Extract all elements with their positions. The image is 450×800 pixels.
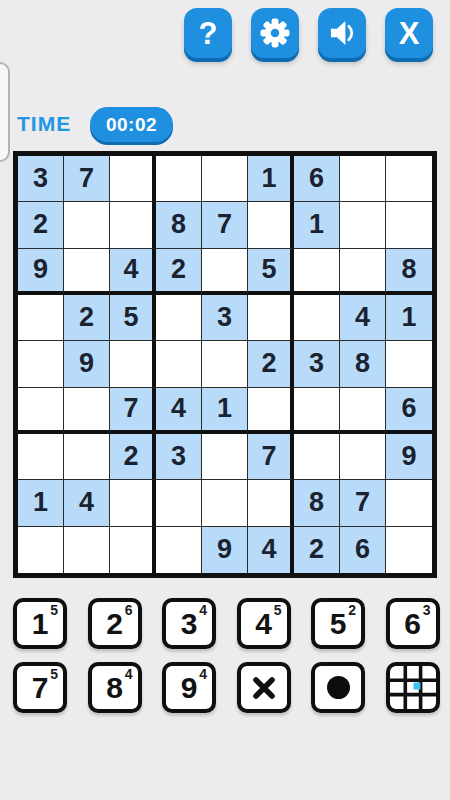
cell-r6c9: 6 — [386, 388, 432, 434]
cross-icon — [251, 675, 277, 701]
digit-button-2[interactable]: 26 — [88, 598, 142, 649]
digit-label: 6 — [404, 609, 421, 639]
cell-r4c2: 2 — [64, 295, 110, 341]
digit-remaining-count: 4 — [199, 603, 207, 617]
cell-r8c9[interactable] — [386, 480, 432, 526]
cell-r4c5: 3 — [202, 295, 248, 341]
cell-r7c6: 7 — [248, 434, 294, 480]
cell-r1c2: 7 — [64, 156, 110, 202]
cell-r6c5: 1 — [202, 388, 248, 434]
digit-remaining-count: 5 — [274, 603, 282, 617]
cell-r6c7[interactable] — [294, 388, 340, 434]
question-icon: ? — [199, 18, 218, 49]
cell-r5c2: 9 — [64, 341, 110, 387]
cell-r3c7[interactable] — [294, 249, 340, 295]
digit-button-4[interactable]: 45 — [237, 598, 291, 649]
settings-button[interactable] — [251, 8, 299, 58]
cell-r5c4[interactable] — [156, 341, 202, 387]
cell-r6c6[interactable] — [248, 388, 294, 434]
cell-r5c1[interactable] — [18, 341, 64, 387]
cell-r9c6: 4 — [248, 527, 294, 573]
cell-r9c5: 9 — [202, 527, 248, 573]
cell-r3c8[interactable] — [340, 249, 386, 295]
cell-r1c5[interactable] — [202, 156, 248, 202]
cell-r2c2[interactable] — [64, 202, 110, 248]
cell-r3c6: 5 — [248, 249, 294, 295]
digit-button-8[interactable]: 84 — [88, 662, 142, 713]
cell-r4c7[interactable] — [294, 295, 340, 341]
cell-r3c9: 8 — [386, 249, 432, 295]
cell-r8c7: 8 — [294, 480, 340, 526]
cell-r4c3: 5 — [110, 295, 156, 341]
cell-r3c4: 2 — [156, 249, 202, 295]
timer-badge: 00:02 — [90, 107, 173, 142]
digit-label: 3 — [181, 609, 198, 639]
close-button[interactable]: X — [385, 8, 433, 58]
cell-r7c2[interactable] — [64, 434, 110, 480]
cell-r2c7: 1 — [294, 202, 340, 248]
cell-r5c7: 3 — [294, 341, 340, 387]
cell-r8c4[interactable] — [156, 480, 202, 526]
cell-r8c8: 7 — [340, 480, 386, 526]
notes-mode-button[interactable] — [386, 662, 440, 713]
digit-button-6[interactable]: 63 — [386, 598, 440, 649]
cell-r3c1: 9 — [18, 249, 64, 295]
cell-r1c7: 6 — [294, 156, 340, 202]
cell-r9c1[interactable] — [18, 527, 64, 573]
grid-icon — [390, 666, 436, 709]
cell-r8c1: 1 — [18, 480, 64, 526]
cell-r2c3[interactable] — [110, 202, 156, 248]
digit-remaining-count: 6 — [125, 603, 133, 617]
cell-r6c3: 7 — [110, 388, 156, 434]
cell-r4c8: 4 — [340, 295, 386, 341]
cell-r6c1[interactable] — [18, 388, 64, 434]
sudoku-app: ? X TIME — [0, 0, 450, 800]
digit-label: 4 — [255, 609, 272, 639]
cell-r9c2[interactable] — [64, 527, 110, 573]
cell-r3c3: 4 — [110, 249, 156, 295]
digit-button-1[interactable]: 15 — [13, 598, 67, 649]
drawer-handle[interactable] — [0, 62, 10, 162]
digit-button-7[interactable]: 75 — [13, 662, 67, 713]
cell-r7c7[interactable] — [294, 434, 340, 480]
sound-button[interactable] — [318, 8, 366, 58]
digit-label: 7 — [32, 673, 49, 703]
cell-r1c4[interactable] — [156, 156, 202, 202]
erase-button[interactable] — [237, 662, 291, 713]
cell-r9c9[interactable] — [386, 527, 432, 573]
cell-r8c2: 4 — [64, 480, 110, 526]
cell-r4c6[interactable] — [248, 295, 294, 341]
cell-r8c5[interactable] — [202, 480, 248, 526]
cell-r5c5[interactable] — [202, 341, 248, 387]
cell-r1c3[interactable] — [110, 156, 156, 202]
digit-button-9[interactable]: 94 — [162, 662, 216, 713]
digit-button-3[interactable]: 34 — [162, 598, 216, 649]
cell-r6c4: 4 — [156, 388, 202, 434]
cell-r9c8: 6 — [340, 527, 386, 573]
cell-r1c8[interactable] — [340, 156, 386, 202]
keypad: 152634455263758494 — [13, 598, 440, 713]
cell-r1c1: 3 — [18, 156, 64, 202]
cell-r7c9: 9 — [386, 434, 432, 480]
cell-r7c4: 3 — [156, 434, 202, 480]
cell-r7c3: 2 — [110, 434, 156, 480]
sudoku-board: 37162871942582534192387416237914879426 — [13, 151, 437, 578]
cell-r1c9[interactable] — [386, 156, 432, 202]
cell-r5c9[interactable] — [386, 341, 432, 387]
cell-r2c9[interactable] — [386, 202, 432, 248]
cell-r9c7: 2 — [294, 527, 340, 573]
digit-label: 8 — [106, 673, 123, 703]
time-label: TIME — [17, 112, 71, 136]
timer-value: 00:02 — [106, 114, 157, 136]
cell-r2c8[interactable] — [340, 202, 386, 248]
cell-r5c8: 8 — [340, 341, 386, 387]
cell-r9c4[interactable] — [156, 527, 202, 573]
digit-label: 1 — [32, 609, 49, 639]
cell-r4c9: 1 — [386, 295, 432, 341]
cell-r2c4: 8 — [156, 202, 202, 248]
cell-r6c8[interactable] — [340, 388, 386, 434]
digit-label: 9 — [181, 673, 198, 703]
cell-r7c8[interactable] — [340, 434, 386, 480]
cell-r3c5[interactable] — [202, 249, 248, 295]
digit-remaining-count: 4 — [125, 667, 133, 681]
cell-r5c6: 2 — [248, 341, 294, 387]
cell-r4c4[interactable] — [156, 295, 202, 341]
gear-icon — [258, 16, 292, 50]
cell-r8c3[interactable] — [110, 480, 156, 526]
cell-r8c6[interactable] — [248, 480, 294, 526]
digit-label: 2 — [106, 609, 123, 639]
cell-r2c1: 2 — [18, 202, 64, 248]
cell-r5c3[interactable] — [110, 341, 156, 387]
close-icon: X — [399, 18, 420, 49]
digit-label: 5 — [330, 609, 347, 639]
cell-r1c6: 1 — [248, 156, 294, 202]
digit-remaining-count: 4 — [199, 667, 207, 681]
cell-r4c1[interactable] — [18, 295, 64, 341]
circle-icon — [327, 676, 350, 699]
speaker-icon — [325, 16, 359, 50]
cell-r3c2[interactable] — [64, 249, 110, 295]
cell-r7c1[interactable] — [18, 434, 64, 480]
digit-remaining-count: 5 — [50, 603, 58, 617]
pen-mode-button[interactable] — [311, 662, 365, 713]
digit-button-5[interactable]: 52 — [311, 598, 365, 649]
cell-r2c5: 7 — [202, 202, 248, 248]
digit-remaining-count: 5 — [50, 667, 58, 681]
digit-remaining-count: 3 — [423, 603, 431, 617]
cell-r9c3[interactable] — [110, 527, 156, 573]
cell-r6c2[interactable] — [64, 388, 110, 434]
cell-r2c6[interactable] — [248, 202, 294, 248]
digit-remaining-count: 2 — [348, 603, 356, 617]
cell-r7c5[interactable] — [202, 434, 248, 480]
help-button[interactable]: ? — [184, 8, 232, 58]
